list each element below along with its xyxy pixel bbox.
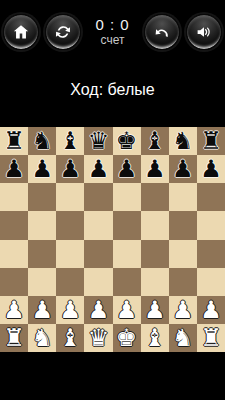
black-knight: ♞ xyxy=(172,129,194,153)
square-a2[interactable]: ♟ xyxy=(0,296,28,324)
square-a7[interactable]: ♟ xyxy=(0,155,28,183)
square-d3[interactable] xyxy=(84,268,112,296)
score-value: 0 : 0 xyxy=(81,16,144,33)
black-bishop: ♝ xyxy=(144,129,166,153)
white-knight: ♞ xyxy=(172,326,194,350)
white-rook: ♜ xyxy=(200,326,222,350)
black-pawn: ♟ xyxy=(116,157,138,181)
square-h8[interactable]: ♜ xyxy=(197,127,225,155)
square-f4[interactable] xyxy=(141,240,169,268)
black-rook: ♜ xyxy=(200,129,222,153)
restart-button[interactable] xyxy=(45,14,81,50)
square-d8[interactable]: ♛ xyxy=(84,127,112,155)
square-h2[interactable]: ♟ xyxy=(197,296,225,324)
square-e2[interactable]: ♟ xyxy=(113,296,141,324)
square-e1[interactable]: ♚ xyxy=(113,324,141,352)
square-f8[interactable]: ♝ xyxy=(141,127,169,155)
square-g2[interactable]: ♟ xyxy=(169,296,197,324)
square-c6[interactable] xyxy=(56,183,84,211)
square-a5[interactable] xyxy=(0,211,28,239)
black-pawn: ♟ xyxy=(144,157,166,181)
square-h5[interactable] xyxy=(197,211,225,239)
square-e8[interactable]: ♚ xyxy=(113,127,141,155)
score-label: счет xyxy=(81,34,144,48)
square-g8[interactable]: ♞ xyxy=(169,127,197,155)
square-g6[interactable] xyxy=(169,183,197,211)
white-pawn: ♟ xyxy=(31,298,53,322)
black-pawn: ♟ xyxy=(172,157,194,181)
square-f6[interactable] xyxy=(141,183,169,211)
square-a1[interactable]: ♜ xyxy=(0,324,28,352)
score-display: 0 : 0 счет xyxy=(81,16,144,48)
square-c8[interactable]: ♝ xyxy=(56,127,84,155)
white-pawn: ♟ xyxy=(172,298,194,322)
square-c1[interactable]: ♝ xyxy=(56,324,84,352)
white-king: ♚ xyxy=(116,326,138,350)
square-e5[interactable] xyxy=(113,211,141,239)
square-b6[interactable] xyxy=(28,183,56,211)
square-b2[interactable]: ♟ xyxy=(28,296,56,324)
home-button[interactable] xyxy=(3,14,39,50)
square-b4[interactable] xyxy=(28,240,56,268)
square-e4[interactable] xyxy=(113,240,141,268)
white-bishop: ♝ xyxy=(144,326,166,350)
black-pawn: ♟ xyxy=(3,157,25,181)
square-h1[interactable]: ♜ xyxy=(197,324,225,352)
white-pawn: ♟ xyxy=(200,298,222,322)
square-d1[interactable]: ♛ xyxy=(84,324,112,352)
square-b7[interactable]: ♟ xyxy=(28,155,56,183)
chess-board: ♜♞♝♛♚♝♞♜♟♟♟♟♟♟♟♟♟♟♟♟♟♟♟♟♜♞♝♛♚♝♞♜ xyxy=(0,127,225,352)
square-a8[interactable]: ♜ xyxy=(0,127,28,155)
white-pawn: ♟ xyxy=(116,298,138,322)
undo-icon xyxy=(153,23,171,41)
white-rook: ♜ xyxy=(3,326,25,350)
square-c3[interactable] xyxy=(56,268,84,296)
square-a6[interactable] xyxy=(0,183,28,211)
square-d5[interactable] xyxy=(84,211,112,239)
square-e7[interactable]: ♟ xyxy=(113,155,141,183)
square-f2[interactable]: ♟ xyxy=(141,296,169,324)
black-pawn: ♟ xyxy=(60,157,82,181)
black-queen: ♛ xyxy=(88,129,110,153)
white-pawn: ♟ xyxy=(144,298,166,322)
square-h6[interactable] xyxy=(197,183,225,211)
square-f3[interactable] xyxy=(141,268,169,296)
white-pawn: ♟ xyxy=(88,298,110,322)
square-b1[interactable]: ♞ xyxy=(28,324,56,352)
square-e3[interactable] xyxy=(113,268,141,296)
square-g4[interactable] xyxy=(169,240,197,268)
square-g5[interactable] xyxy=(169,211,197,239)
square-d7[interactable]: ♟ xyxy=(84,155,112,183)
square-f1[interactable]: ♝ xyxy=(141,324,169,352)
square-f5[interactable] xyxy=(141,211,169,239)
square-a3[interactable] xyxy=(0,268,28,296)
square-c5[interactable] xyxy=(56,211,84,239)
square-g7[interactable]: ♟ xyxy=(169,155,197,183)
white-pawn: ♟ xyxy=(3,298,25,322)
square-c2[interactable]: ♟ xyxy=(56,296,84,324)
square-d2[interactable]: ♟ xyxy=(84,296,112,324)
white-pawn: ♟ xyxy=(60,298,82,322)
home-icon xyxy=(12,23,30,41)
black-pawn: ♟ xyxy=(88,157,110,181)
square-d6[interactable] xyxy=(84,183,112,211)
black-knight: ♞ xyxy=(31,129,53,153)
speaker-icon xyxy=(195,23,213,41)
square-e6[interactable] xyxy=(113,183,141,211)
white-queen: ♛ xyxy=(88,326,110,350)
square-g3[interactable] xyxy=(169,268,197,296)
square-c7[interactable]: ♟ xyxy=(56,155,84,183)
square-h3[interactable] xyxy=(197,268,225,296)
sound-button[interactable] xyxy=(186,14,222,50)
square-f7[interactable]: ♟ xyxy=(141,155,169,183)
square-h7[interactable]: ♟ xyxy=(197,155,225,183)
square-b5[interactable] xyxy=(28,211,56,239)
turn-indicator: Ход: белые xyxy=(0,80,225,99)
black-rook: ♜ xyxy=(3,129,25,153)
black-king: ♚ xyxy=(116,129,138,153)
square-g1[interactable]: ♞ xyxy=(169,324,197,352)
toolbar: 0 : 0 счет xyxy=(0,8,225,56)
square-b8[interactable]: ♞ xyxy=(28,127,56,155)
undo-button[interactable] xyxy=(144,14,180,50)
black-pawn: ♟ xyxy=(200,157,222,181)
square-b3[interactable] xyxy=(28,268,56,296)
white-knight: ♞ xyxy=(31,326,53,350)
restart-icon xyxy=(54,23,72,41)
black-pawn: ♟ xyxy=(31,157,53,181)
square-c4[interactable] xyxy=(56,240,84,268)
white-bishop: ♝ xyxy=(60,326,82,350)
square-a4[interactable] xyxy=(0,240,28,268)
square-d4[interactable] xyxy=(84,240,112,268)
square-h4[interactable] xyxy=(197,240,225,268)
black-bishop: ♝ xyxy=(60,129,82,153)
